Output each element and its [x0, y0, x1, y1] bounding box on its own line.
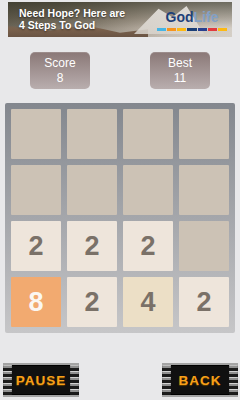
- logo-underline-dash: [157, 28, 166, 31]
- film-sprocket-right: [229, 365, 238, 395]
- ad-line2: 4 Steps To God: [19, 19, 125, 31]
- tile-2: 2: [67, 277, 117, 327]
- logo-underline-dash: [167, 28, 176, 31]
- film-sprocket-left: [162, 365, 171, 395]
- logo-underline-dash: [218, 28, 227, 31]
- logo-underline: [157, 28, 227, 31]
- back-button[interactable]: BACK: [162, 363, 238, 397]
- logo-underline-dash: [187, 28, 196, 31]
- empty-cell: [67, 165, 117, 215]
- score-value: 8: [30, 71, 90, 86]
- logo-underline-dash: [198, 28, 207, 31]
- logo-underline-dash: [208, 28, 217, 31]
- best-label: Best: [150, 56, 210, 71]
- pause-button[interactable]: PAUSE: [3, 363, 79, 397]
- godlife-logo: GodLife: [157, 8, 227, 31]
- tile-2: 2: [67, 221, 117, 271]
- empty-cell: [123, 165, 173, 215]
- empty-cell: [11, 165, 61, 215]
- empty-cell: [179, 221, 229, 271]
- ad-banner[interactable]: Need Hope? Here are 4 Steps To God GodLi…: [8, 2, 232, 37]
- best-box: Best 11: [150, 52, 210, 89]
- tile-2: 2: [11, 221, 61, 271]
- tile-2: 2: [123, 221, 173, 271]
- tile-8: 8: [11, 277, 61, 327]
- ad-text: Need Hope? Here are 4 Steps To God: [19, 7, 125, 31]
- empty-cell: [11, 109, 61, 159]
- empty-cell: [179, 109, 229, 159]
- tile-2: 2: [179, 277, 229, 327]
- back-button-label: BACK: [171, 365, 229, 395]
- best-value: 11: [150, 71, 210, 86]
- tile-4: 4: [123, 277, 173, 327]
- score-label: Score: [30, 56, 90, 71]
- film-sprocket-left: [3, 365, 12, 395]
- board[interactable]: 2228242: [5, 103, 235, 333]
- film-sprocket-right: [70, 365, 79, 395]
- empty-cell: [67, 109, 117, 159]
- pause-button-label: PAUSE: [12, 365, 70, 395]
- empty-cell: [123, 109, 173, 159]
- empty-cell: [179, 165, 229, 215]
- score-box: Score 8: [30, 52, 90, 89]
- godlife-logo-text: GodLife: [166, 9, 219, 25]
- logo-underline-dash: [177, 28, 186, 31]
- ad-line1: Need Hope? Here are: [19, 7, 125, 19]
